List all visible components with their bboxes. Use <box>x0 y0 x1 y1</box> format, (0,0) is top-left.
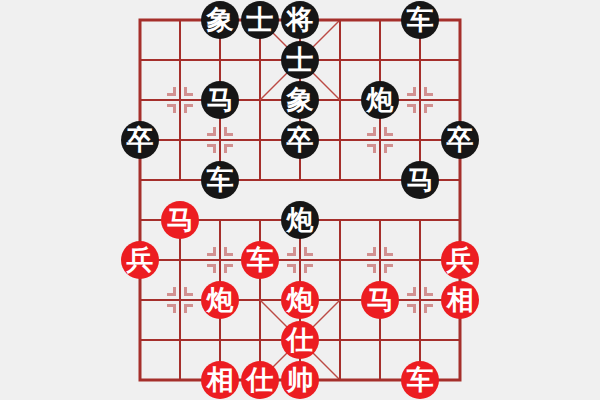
black-chariot-piece[interactable]: 车 <box>201 161 239 199</box>
red-advisor-piece[interactable]: 仕 <box>241 361 279 399</box>
red-chariot-piece[interactable]: 车 <box>241 241 279 279</box>
black-horse-piece[interactable]: 马 <box>401 161 439 199</box>
red-soldier-piece[interactable]: 兵 <box>121 241 159 279</box>
point-marker <box>207 247 233 273</box>
red-cannon-piece[interactable]: 炮 <box>281 281 319 319</box>
red-horse-piece[interactable]: 马 <box>361 281 399 319</box>
black-elephant-piece[interactable]: 象 <box>201 1 239 39</box>
black-advisor-piece[interactable]: 士 <box>241 1 279 39</box>
red-cannon-piece[interactable]: 炮 <box>201 281 239 319</box>
red-elephant-piece[interactable]: 相 <box>201 361 239 399</box>
red-soldier-piece[interactable]: 兵 <box>441 241 479 279</box>
red-general-piece[interactable]: 帅 <box>281 361 319 399</box>
xiangqi-app: 象士将车士马象炮卒卒卒车马马炮兵车兵炮炮马相仕相仕帅车 <box>0 0 600 400</box>
point-marker <box>367 127 393 153</box>
red-chariot-piece[interactable]: 车 <box>401 361 439 399</box>
black-elephant-piece[interactable]: 象 <box>281 81 319 119</box>
point-marker <box>167 287 193 313</box>
black-soldier-piece[interactable]: 卒 <box>121 121 159 159</box>
red-advisor-piece[interactable]: 仕 <box>281 321 319 359</box>
point-marker <box>407 87 433 113</box>
black-cannon-piece[interactable]: 炮 <box>281 201 319 239</box>
black-cannon-piece[interactable]: 炮 <box>361 81 399 119</box>
xiangqi-board: 象士将车士马象炮卒卒卒车马马炮兵车兵炮炮马相仕相仕帅车 <box>140 20 461 381</box>
red-horse-piece[interactable]: 马 <box>161 201 199 239</box>
point-marker <box>367 247 393 273</box>
black-chariot-piece[interactable]: 车 <box>401 1 439 39</box>
black-advisor-piece[interactable]: 士 <box>281 41 319 79</box>
point-marker <box>207 127 233 153</box>
black-horse-piece[interactable]: 马 <box>201 81 239 119</box>
black-general-piece[interactable]: 将 <box>281 1 319 39</box>
point-marker <box>167 87 193 113</box>
black-soldier-piece[interactable]: 卒 <box>281 121 319 159</box>
red-elephant-piece[interactable]: 相 <box>441 281 479 319</box>
point-marker <box>287 247 313 273</box>
point-marker <box>407 287 433 313</box>
black-soldier-piece[interactable]: 卒 <box>441 121 479 159</box>
